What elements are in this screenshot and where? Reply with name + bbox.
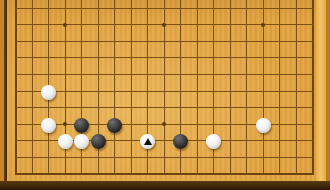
grid-line-horizontal <box>15 91 314 92</box>
grid-line-horizontal <box>15 173 314 175</box>
grid-line-vertical <box>279 0 280 175</box>
grid-line-horizontal <box>15 57 314 58</box>
grid-line-horizontal <box>15 157 314 158</box>
grid-line-vertical <box>32 0 33 175</box>
grid-line-horizontal <box>15 8 314 9</box>
white-stone <box>256 118 271 133</box>
go-app-viewport <box>0 0 330 190</box>
triangle-marker-icon <box>144 138 152 145</box>
white-stone <box>58 134 73 149</box>
grid-line-horizontal <box>15 41 314 42</box>
board-right-bevel <box>316 0 326 182</box>
grid-line-vertical <box>114 0 115 175</box>
white-stone <box>41 118 56 133</box>
board-right-rim <box>326 0 330 182</box>
grid-line-vertical <box>246 0 247 175</box>
grid-line-horizontal <box>15 107 314 108</box>
grid-line-horizontal <box>15 74 314 75</box>
board-bottom-edge <box>0 181 330 190</box>
grid-line-vertical <box>197 0 198 175</box>
black-stone <box>74 118 89 133</box>
grid-line-vertical <box>312 0 314 175</box>
grid-line-vertical <box>296 0 297 175</box>
white-stone <box>41 85 56 100</box>
grid-line-vertical <box>230 0 231 175</box>
black-stone <box>91 134 106 149</box>
black-stone <box>107 118 122 133</box>
grid-line-vertical <box>131 0 132 175</box>
grid-line-vertical <box>15 0 17 175</box>
